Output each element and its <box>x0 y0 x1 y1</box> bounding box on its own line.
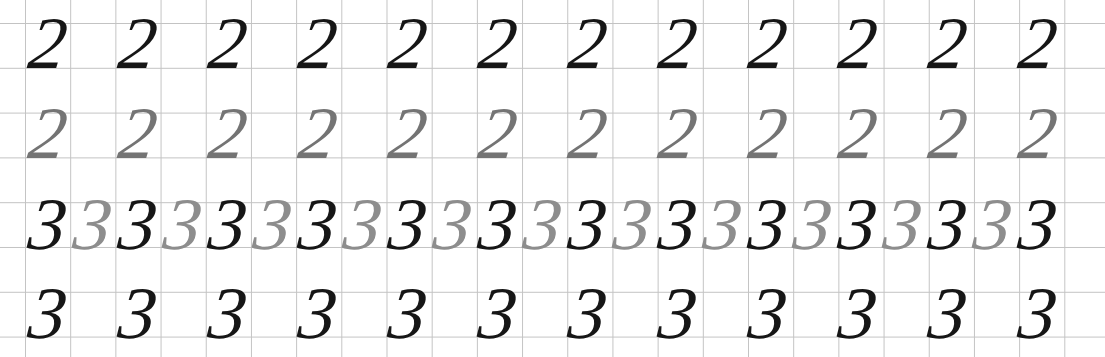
digit-glyph-row2: 2 <box>295 96 341 170</box>
digit-glyph-row2: 2 <box>925 96 971 170</box>
digit-glyph-row3: 3 <box>790 187 836 261</box>
digit-glyph-row3: 3 <box>970 187 1016 261</box>
digit-glyph-row4: 3 <box>1015 276 1061 350</box>
digit-glyph-row3: 3 <box>475 187 521 261</box>
digit-glyph-row4: 3 <box>835 276 881 350</box>
digit-glyph-row3: 3 <box>880 187 926 261</box>
digit-glyph-row1: 2 <box>1015 6 1061 80</box>
digit-glyph-row3: 3 <box>25 187 71 261</box>
digit-glyph-row4: 3 <box>385 276 431 350</box>
digit-glyph-row1: 2 <box>475 6 521 80</box>
digit-glyph-row4: 3 <box>655 276 701 350</box>
digit-glyph-row2: 2 <box>835 96 881 170</box>
digit-glyph-row2: 2 <box>745 96 791 170</box>
digit-glyph-row2: 2 <box>565 96 611 170</box>
digit-glyph-row4: 3 <box>295 276 341 350</box>
digit-glyph-row3: 3 <box>610 187 656 261</box>
digit-glyph-row4: 3 <box>745 276 791 350</box>
digit-glyph-row1: 2 <box>745 6 791 80</box>
digit-glyph-row2: 2 <box>385 96 431 170</box>
digit-glyph-row3: 3 <box>1015 187 1061 261</box>
digit-glyph-row3: 3 <box>565 187 611 261</box>
digit-glyph-row3: 3 <box>520 187 566 261</box>
digit-glyph-row4: 3 <box>25 276 71 350</box>
digit-glyph-row4: 3 <box>205 276 251 350</box>
digit-glyph-row4: 3 <box>565 276 611 350</box>
digit-glyph-row2: 2 <box>205 96 251 170</box>
digit-glyph-row3: 3 <box>250 187 296 261</box>
digit-glyph-row3: 3 <box>295 187 341 261</box>
digit-glyph-row1: 2 <box>565 6 611 80</box>
digit-glyph-row2: 2 <box>25 96 71 170</box>
digit-glyph-row4: 3 <box>115 276 161 350</box>
digit-glyph-row2: 2 <box>115 96 161 170</box>
digit-glyph-row2: 2 <box>475 96 521 170</box>
digit-glyph-row1: 2 <box>25 6 71 80</box>
digit-glyph-row1: 2 <box>385 6 431 80</box>
digit-glyph-row3: 3 <box>835 187 881 261</box>
digit-glyph-row1: 2 <box>205 6 251 80</box>
digit-glyph-row1: 2 <box>835 6 881 80</box>
digit-glyph-row3: 3 <box>925 187 971 261</box>
digit-glyph-row1: 2 <box>925 6 971 80</box>
digit-glyph-row3: 3 <box>430 187 476 261</box>
digit-glyph-row3: 3 <box>700 187 746 261</box>
digit-glyph-row3: 3 <box>745 187 791 261</box>
digit-glyph-row3: 3 <box>655 187 701 261</box>
digit-glyph-row2: 2 <box>655 96 701 170</box>
digit-glyph-row3: 3 <box>340 187 386 261</box>
worksheet-grid-paper: 2222222222222222222222223333333333333333… <box>0 0 1105 357</box>
digit-glyph-row3: 3 <box>115 187 161 261</box>
digit-glyph-row3: 3 <box>160 187 206 261</box>
digit-glyph-row4: 3 <box>475 276 521 350</box>
digit-glyph-row2: 2 <box>1015 96 1061 170</box>
digit-glyph-row1: 2 <box>115 6 161 80</box>
digit-glyph-row3: 3 <box>385 187 431 261</box>
digit-glyph-row1: 2 <box>295 6 341 80</box>
digit-glyph-row4: 3 <box>925 276 971 350</box>
digit-glyph-row3: 3 <box>70 187 116 261</box>
digit-glyph-row3: 3 <box>205 187 251 261</box>
digit-glyph-row1: 2 <box>655 6 701 80</box>
